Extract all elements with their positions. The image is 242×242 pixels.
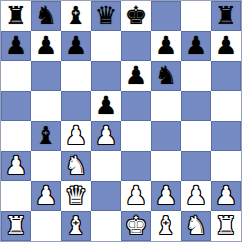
square-f3[interactable] xyxy=(151,151,181,181)
square-e2[interactable]: ♟ xyxy=(121,181,151,211)
piece-white-pawn: ♟ xyxy=(35,181,57,211)
piece-white-pawn: ♟ xyxy=(215,181,237,211)
square-a6[interactable] xyxy=(1,61,31,91)
piece-white-pawn: ♟ xyxy=(65,121,87,151)
square-a7[interactable]: ♟ xyxy=(1,31,31,61)
piece-white-rook: ♜ xyxy=(215,211,237,241)
piece-white-king: ♚ xyxy=(125,211,147,241)
square-f4[interactable] xyxy=(151,121,181,151)
piece-white-bishop: ♝ xyxy=(65,211,87,241)
square-d2[interactable] xyxy=(91,181,121,211)
square-h7[interactable]: ♟ xyxy=(211,31,241,61)
square-g6[interactable] xyxy=(181,61,211,91)
piece-black-bishop: ♝ xyxy=(35,121,57,151)
piece-black-bishop: ♝ xyxy=(65,1,87,31)
piece-black-pawn: ♟ xyxy=(215,31,237,61)
chess-board: ♜♞♝♛♚♜♟♟♟♟♟♟♟♞♟♝♟♟♟♞♟♛♟♟♟♟♜♝♚♝♞♜ xyxy=(1,1,241,241)
piece-white-pawn: ♟ xyxy=(185,181,207,211)
square-e3[interactable] xyxy=(121,151,151,181)
piece-white-pawn: ♟ xyxy=(95,121,117,151)
square-h5[interactable] xyxy=(211,91,241,121)
square-h6[interactable] xyxy=(211,61,241,91)
piece-white-pawn: ♟ xyxy=(5,151,27,181)
square-e1[interactable]: ♚ xyxy=(121,211,151,241)
square-c1[interactable]: ♝ xyxy=(61,211,91,241)
piece-white-bishop: ♝ xyxy=(155,211,177,241)
square-g4[interactable] xyxy=(181,121,211,151)
square-b4[interactable]: ♝ xyxy=(31,121,61,151)
square-d7[interactable] xyxy=(91,31,121,61)
square-f5[interactable] xyxy=(151,91,181,121)
square-f8[interactable] xyxy=(151,1,181,31)
square-d8[interactable]: ♛ xyxy=(91,1,121,31)
square-b3[interactable] xyxy=(31,151,61,181)
piece-white-knight: ♞ xyxy=(65,151,87,181)
piece-black-rook: ♜ xyxy=(215,1,237,31)
piece-black-pawn: ♟ xyxy=(35,31,57,61)
square-f1[interactable]: ♝ xyxy=(151,211,181,241)
square-b2[interactable]: ♟ xyxy=(31,181,61,211)
square-h1[interactable]: ♜ xyxy=(211,211,241,241)
piece-black-pawn: ♟ xyxy=(185,31,207,61)
square-f7[interactable]: ♟ xyxy=(151,31,181,61)
piece-black-pawn: ♟ xyxy=(95,91,117,121)
piece-white-rook: ♜ xyxy=(5,211,27,241)
chess-board-frame: ♜♞♝♛♚♜♟♟♟♟♟♟♟♞♟♝♟♟♟♞♟♛♟♟♟♟♜♝♚♝♞♜ xyxy=(0,0,242,242)
square-h3[interactable] xyxy=(211,151,241,181)
square-d6[interactable] xyxy=(91,61,121,91)
square-e6[interactable]: ♟ xyxy=(121,61,151,91)
square-g8[interactable] xyxy=(181,1,211,31)
piece-black-knight: ♞ xyxy=(155,61,177,91)
square-d1[interactable] xyxy=(91,211,121,241)
square-e5[interactable] xyxy=(121,91,151,121)
square-a1[interactable]: ♜ xyxy=(1,211,31,241)
piece-black-king: ♚ xyxy=(125,1,147,31)
square-c8[interactable]: ♝ xyxy=(61,1,91,31)
square-c5[interactable] xyxy=(61,91,91,121)
square-d4[interactable]: ♟ xyxy=(91,121,121,151)
piece-black-rook: ♜ xyxy=(5,1,27,31)
piece-white-queen: ♛ xyxy=(65,181,87,211)
square-h4[interactable] xyxy=(211,121,241,151)
piece-white-knight: ♞ xyxy=(185,211,207,241)
square-b6[interactable] xyxy=(31,61,61,91)
square-b8[interactable]: ♞ xyxy=(31,1,61,31)
square-d3[interactable] xyxy=(91,151,121,181)
square-c6[interactable] xyxy=(61,61,91,91)
square-g2[interactable]: ♟ xyxy=(181,181,211,211)
square-c4[interactable]: ♟ xyxy=(61,121,91,151)
piece-black-queen: ♛ xyxy=(95,1,117,31)
square-c7[interactable]: ♟ xyxy=(61,31,91,61)
piece-black-pawn: ♟ xyxy=(65,31,87,61)
square-a5[interactable] xyxy=(1,91,31,121)
square-e8[interactable]: ♚ xyxy=(121,1,151,31)
square-a3[interactable]: ♟ xyxy=(1,151,31,181)
square-g3[interactable] xyxy=(181,151,211,181)
piece-black-pawn: ♟ xyxy=(125,61,147,91)
piece-black-pawn: ♟ xyxy=(5,31,27,61)
square-b5[interactable] xyxy=(31,91,61,121)
square-h8[interactable]: ♜ xyxy=(211,1,241,31)
square-e4[interactable] xyxy=(121,121,151,151)
square-b1[interactable] xyxy=(31,211,61,241)
piece-black-pawn: ♟ xyxy=(155,31,177,61)
square-g1[interactable]: ♞ xyxy=(181,211,211,241)
square-c3[interactable]: ♞ xyxy=(61,151,91,181)
square-a2[interactable] xyxy=(1,181,31,211)
piece-black-knight: ♞ xyxy=(35,1,57,31)
square-a8[interactable]: ♜ xyxy=(1,1,31,31)
piece-white-pawn: ♟ xyxy=(155,181,177,211)
piece-white-pawn: ♟ xyxy=(125,181,147,211)
square-a4[interactable] xyxy=(1,121,31,151)
square-e7[interactable] xyxy=(121,31,151,61)
square-c2[interactable]: ♛ xyxy=(61,181,91,211)
square-f6[interactable]: ♞ xyxy=(151,61,181,91)
square-g5[interactable] xyxy=(181,91,211,121)
square-b7[interactable]: ♟ xyxy=(31,31,61,61)
square-d5[interactable]: ♟ xyxy=(91,91,121,121)
square-f2[interactable]: ♟ xyxy=(151,181,181,211)
square-g7[interactable]: ♟ xyxy=(181,31,211,61)
square-h2[interactable]: ♟ xyxy=(211,181,241,211)
